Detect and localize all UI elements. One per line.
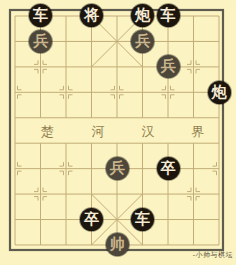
watermark: -小帅与棋坛 xyxy=(193,250,233,260)
piece-black-将[interactable]: 将 xyxy=(80,4,103,27)
piece-black-车[interactable]: 车 xyxy=(131,208,154,231)
piece-black-车[interactable]: 车 xyxy=(29,4,52,27)
piece-black-车[interactable]: 车 xyxy=(157,4,180,27)
piece-red-兵[interactable]: 兵 xyxy=(131,30,154,53)
piece-red-兵[interactable]: 兵 xyxy=(29,30,52,53)
piece-black-炮[interactable]: 炮 xyxy=(131,4,154,27)
xiangqi-board: 楚 河 汉 界 车将炮车兵兵兵炮兵卒卒车帅 -小帅与棋坛 xyxy=(0,0,236,265)
piece-black-卒[interactable]: 卒 xyxy=(157,157,180,180)
piece-black-炮[interactable]: 炮 xyxy=(208,81,231,104)
piece-black-卒[interactable]: 卒 xyxy=(80,208,103,231)
piece-red-兵[interactable]: 兵 xyxy=(106,157,129,180)
pieces-layer: 车将炮车兵兵兵炮兵卒卒车帅 xyxy=(2,3,232,257)
piece-red-帅[interactable]: 帅 xyxy=(106,233,129,256)
piece-red-兵[interactable]: 兵 xyxy=(157,55,180,78)
